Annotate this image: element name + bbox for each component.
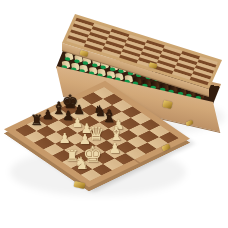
product-photo: ♚♝♟♜♟♟♞♝♟♝♛♟♟♟♟♟♚♜♞ [0, 0, 228, 228]
